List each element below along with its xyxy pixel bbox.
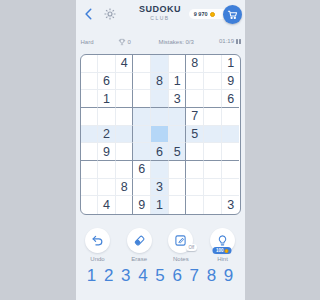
hint-cost-badge: 100 <box>213 247 232 254</box>
sudoku-board[interactable]: 48168191367259656834913 <box>80 54 241 215</box>
numpad-9[interactable]: 9 <box>221 266 237 286</box>
cell-r5c9[interactable] <box>222 126 240 144</box>
cell-r8c5[interactable]: 3 <box>151 179 169 197</box>
cell-r1c8[interactable] <box>204 55 222 73</box>
cell-r8c2[interactable] <box>98 179 116 197</box>
score-group: 0 <box>118 38 131 46</box>
cell-r2c2[interactable]: 6 <box>98 73 116 91</box>
cell-r4c9[interactable] <box>222 108 240 126</box>
cell-r7c3[interactable] <box>116 161 134 179</box>
status-bar: Hard 0 Mistakes: 0/3 01:19 <box>76 37 245 49</box>
numpad-8[interactable]: 8 <box>203 266 219 286</box>
cell-r1c7[interactable]: 8 <box>186 55 204 73</box>
difficulty-label[interactable]: Hard <box>81 39 94 45</box>
cell-r4c8[interactable] <box>204 108 222 126</box>
undo-label: Undo <box>90 256 104 262</box>
cell-r8c1[interactable] <box>81 179 99 197</box>
cell-r1c6[interactable] <box>169 55 187 73</box>
cell-r7c4[interactable]: 6 <box>133 161 151 179</box>
notes-button[interactable]: Off Notes <box>168 228 194 264</box>
cell-r6c4[interactable] <box>133 143 151 161</box>
numpad-7[interactable]: 7 <box>186 266 202 286</box>
cart-icon <box>227 9 238 20</box>
toolbar: Undo Erase <box>76 228 245 264</box>
cell-r3c7[interactable] <box>186 90 204 108</box>
cell-r2c1[interactable] <box>81 73 99 91</box>
cell-r6c2[interactable]: 9 <box>98 143 116 161</box>
cell-r9c5[interactable]: 1 <box>151 196 169 214</box>
lightbulb-icon <box>216 234 229 247</box>
cell-r4c4[interactable] <box>133 108 151 126</box>
timer-group: 01:19 <box>219 38 241 44</box>
cell-r5c2[interactable]: 2 <box>98 126 116 144</box>
cell-r5c5[interactable] <box>151 126 169 144</box>
cell-r1c4[interactable] <box>133 55 151 73</box>
cell-r5c7[interactable]: 5 <box>186 126 204 144</box>
numpad-6[interactable]: 6 <box>169 266 185 286</box>
hint-button[interactable]: 100 Hint <box>209 228 235 264</box>
pause-icon[interactable] <box>236 39 241 44</box>
hint-coin-icon <box>225 249 229 253</box>
timer-value: 01:19 <box>219 38 234 44</box>
cell-r5c1[interactable] <box>81 126 99 144</box>
cell-r3c2[interactable]: 1 <box>98 90 116 108</box>
cell-r2c3[interactable] <box>116 73 134 91</box>
cell-r9c3[interactable] <box>116 196 134 214</box>
cell-r8c8[interactable] <box>204 179 222 197</box>
numpad-1[interactable]: 1 <box>84 266 100 286</box>
cell-r8c7[interactable] <box>186 179 204 197</box>
undo-button[interactable]: Undo <box>85 228 111 264</box>
cell-r5c8[interactable] <box>204 126 222 144</box>
cell-r2c7[interactable] <box>186 73 204 91</box>
eraser-icon <box>133 234 146 247</box>
cell-r7c1[interactable] <box>81 161 99 179</box>
notes-label: Notes <box>173 256 189 262</box>
erase-label: Erase <box>131 256 147 262</box>
cell-r3c6[interactable]: 3 <box>169 90 187 108</box>
cell-r4c2[interactable] <box>98 108 116 126</box>
trophy-icon <box>118 38 126 46</box>
cell-r7c5[interactable] <box>151 161 169 179</box>
cell-r7c2[interactable] <box>98 161 116 179</box>
cell-r9c8[interactable] <box>204 196 222 214</box>
cell-r6c6[interactable]: 5 <box>169 143 187 161</box>
cell-r3c1[interactable] <box>81 90 99 108</box>
cell-r6c8[interactable] <box>204 143 222 161</box>
cell-r3c9[interactable]: 6 <box>222 90 240 108</box>
cell-r5c3[interactable] <box>116 126 134 144</box>
coin-icon <box>210 12 215 17</box>
cell-r7c9[interactable] <box>222 161 240 179</box>
cell-r5c6[interactable] <box>169 126 187 144</box>
cell-r9c6[interactable] <box>169 196 187 214</box>
cell-r8c9[interactable] <box>222 179 240 197</box>
undo-circle <box>85 228 110 253</box>
numpad-4[interactable]: 4 <box>135 266 151 286</box>
cell-r1c3[interactable]: 4 <box>116 55 134 73</box>
erase-button[interactable]: Erase <box>126 228 152 264</box>
sudoku-app-screen: SUDOKU CLUB 9 970 Hard <box>76 0 245 300</box>
cell-r4c3[interactable] <box>116 108 134 126</box>
cell-r9c9[interactable]: 3 <box>222 196 240 214</box>
notes-off-badge: Off <box>186 244 197 251</box>
hint-label: Hint <box>217 256 228 262</box>
cell-r2c9[interactable]: 9 <box>222 73 240 91</box>
cell-r2c4[interactable] <box>133 73 151 91</box>
cell-r1c1[interactable] <box>81 55 99 73</box>
numpad-2[interactable]: 2 <box>101 266 117 286</box>
cell-r2c6[interactable]: 1 <box>169 73 187 91</box>
cell-r6c5[interactable]: 6 <box>151 143 169 161</box>
hint-cost-value: 100 <box>216 248 224 253</box>
cell-r8c3[interactable]: 8 <box>116 179 134 197</box>
cell-r4c1[interactable] <box>81 108 99 126</box>
cell-r9c7[interactable] <box>186 196 204 214</box>
cell-r3c5[interactable] <box>151 90 169 108</box>
cell-r5c4[interactable] <box>133 126 151 144</box>
cell-r1c9[interactable]: 1 <box>222 55 240 73</box>
numpad-3[interactable]: 3 <box>118 266 134 286</box>
cell-r3c3[interactable] <box>116 90 134 108</box>
cell-r9c1[interactable] <box>81 196 99 214</box>
cell-r9c2[interactable]: 4 <box>98 196 116 214</box>
shop-button[interactable] <box>223 5 242 24</box>
cell-r1c2[interactable] <box>98 55 116 73</box>
cell-r9c4[interactable]: 9 <box>133 196 151 214</box>
cell-r2c8[interactable] <box>204 73 222 91</box>
header: SUDOKU CLUB 9 970 <box>76 0 245 30</box>
mistakes-label: Mistakes: 0/3 <box>159 39 194 45</box>
cell-r2c5[interactable]: 8 <box>151 73 169 91</box>
score-value: 0 <box>128 39 131 45</box>
cell-r4c7[interactable]: 7 <box>186 108 204 126</box>
cell-r8c4[interactable] <box>133 179 151 197</box>
number-pad: 1 2 3 4 5 6 7 8 9 <box>76 266 245 286</box>
cell-r8c6[interactable] <box>169 179 187 197</box>
cell-r1c5[interactable] <box>151 55 169 73</box>
numpad-5[interactable]: 5 <box>152 266 168 286</box>
cell-r6c9[interactable] <box>222 143 240 161</box>
cell-r3c4[interactable] <box>133 90 151 108</box>
cell-r4c5[interactable] <box>151 108 169 126</box>
cell-r6c1[interactable] <box>81 143 99 161</box>
cell-r7c8[interactable] <box>204 161 222 179</box>
undo-icon <box>91 234 104 247</box>
cell-r7c7[interactable] <box>186 161 204 179</box>
erase-circle <box>127 228 152 253</box>
cell-r7c6[interactable] <box>169 161 187 179</box>
coin-amount: 9 970 <box>194 11 208 17</box>
cell-r4c6[interactable] <box>169 108 187 126</box>
cell-r3c8[interactable] <box>204 90 222 108</box>
cell-r6c7[interactable] <box>186 143 204 161</box>
cell-r6c3[interactable] <box>116 143 134 161</box>
